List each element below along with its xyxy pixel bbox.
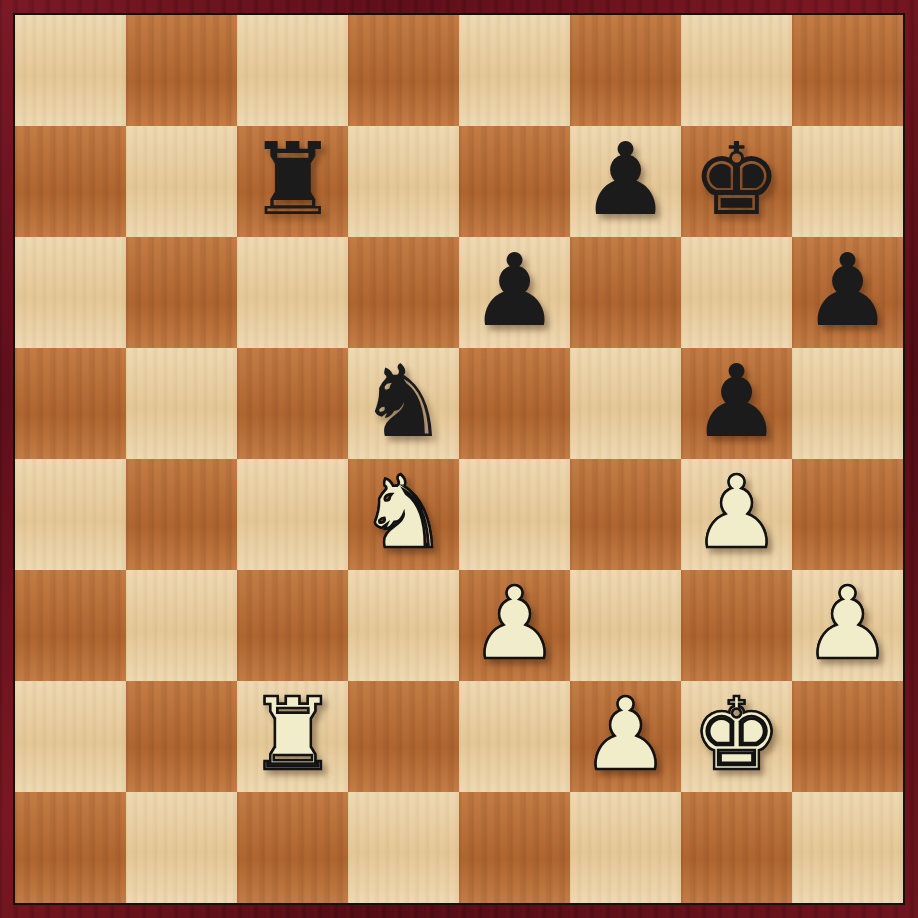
white-pawn-f2[interactable]: ♟	[581, 685, 671, 785]
black-pawn-f7[interactable]: ♟	[581, 130, 671, 230]
square-a6[interactable]	[15, 237, 126, 348]
square-f8[interactable]	[570, 15, 681, 126]
square-d1[interactable]	[348, 792, 459, 903]
square-c4[interactable]	[237, 459, 348, 570]
square-d5[interactable]: ♞	[348, 348, 459, 459]
square-d4[interactable]: ♞	[348, 459, 459, 570]
black-king-g7[interactable]: ♚	[692, 130, 782, 230]
square-f4[interactable]	[570, 459, 681, 570]
square-c8[interactable]	[237, 15, 348, 126]
square-a5[interactable]	[15, 348, 126, 459]
square-g5[interactable]: ♟	[681, 348, 792, 459]
square-h5[interactable]	[792, 348, 903, 459]
black-pawn-e6[interactable]: ♟	[470, 241, 560, 341]
square-b3[interactable]	[126, 570, 237, 681]
square-h8[interactable]	[792, 15, 903, 126]
square-a3[interactable]	[15, 570, 126, 681]
chess-board: ♜♟♚♟♟♞♟♞♟♟♟♜♟♚	[13, 13, 905, 905]
square-b6[interactable]	[126, 237, 237, 348]
square-d3[interactable]	[348, 570, 459, 681]
square-e6[interactable]: ♟	[459, 237, 570, 348]
black-pawn-h6[interactable]: ♟	[803, 241, 893, 341]
square-a8[interactable]	[15, 15, 126, 126]
square-f7[interactable]: ♟	[570, 126, 681, 237]
square-c1[interactable]	[237, 792, 348, 903]
square-g1[interactable]	[681, 792, 792, 903]
square-f3[interactable]	[570, 570, 681, 681]
square-g6[interactable]	[681, 237, 792, 348]
square-d7[interactable]	[348, 126, 459, 237]
square-b5[interactable]	[126, 348, 237, 459]
square-c2[interactable]: ♜	[237, 681, 348, 792]
black-pawn-g5[interactable]: ♟	[692, 352, 782, 452]
square-c5[interactable]	[237, 348, 348, 459]
white-rook-c2[interactable]: ♜	[248, 685, 338, 785]
square-g4[interactable]: ♟	[681, 459, 792, 570]
square-b2[interactable]	[126, 681, 237, 792]
square-b4[interactable]	[126, 459, 237, 570]
board-frame: ♜♟♚♟♟♞♟♞♟♟♟♜♟♚	[0, 0, 918, 918]
square-c7[interactable]: ♜	[237, 126, 348, 237]
square-h4[interactable]	[792, 459, 903, 570]
square-f1[interactable]	[570, 792, 681, 903]
square-e7[interactable]	[459, 126, 570, 237]
square-c6[interactable]	[237, 237, 348, 348]
square-e3[interactable]: ♟	[459, 570, 570, 681]
square-d8[interactable]	[348, 15, 459, 126]
square-a2[interactable]	[15, 681, 126, 792]
square-h6[interactable]: ♟	[792, 237, 903, 348]
square-e4[interactable]	[459, 459, 570, 570]
square-g3[interactable]	[681, 570, 792, 681]
square-a1[interactable]	[15, 792, 126, 903]
square-f2[interactable]: ♟	[570, 681, 681, 792]
square-c3[interactable]	[237, 570, 348, 681]
square-g7[interactable]: ♚	[681, 126, 792, 237]
square-h3[interactable]: ♟	[792, 570, 903, 681]
square-h2[interactable]	[792, 681, 903, 792]
white-knight-d4[interactable]: ♞	[359, 463, 449, 563]
white-king-g2[interactable]: ♚	[692, 685, 782, 785]
white-pawn-g4[interactable]: ♟	[692, 463, 782, 563]
square-d6[interactable]	[348, 237, 459, 348]
square-e2[interactable]	[459, 681, 570, 792]
square-b1[interactable]	[126, 792, 237, 903]
black-rook-c7[interactable]: ♜	[248, 130, 338, 230]
square-e1[interactable]	[459, 792, 570, 903]
square-b7[interactable]	[126, 126, 237, 237]
white-pawn-h3[interactable]: ♟	[803, 574, 893, 674]
square-a4[interactable]	[15, 459, 126, 570]
square-f5[interactable]	[570, 348, 681, 459]
square-b8[interactable]	[126, 15, 237, 126]
square-h1[interactable]	[792, 792, 903, 903]
square-h7[interactable]	[792, 126, 903, 237]
white-pawn-e3[interactable]: ♟	[470, 574, 560, 674]
square-e8[interactable]	[459, 15, 570, 126]
black-knight-d5[interactable]: ♞	[359, 352, 449, 452]
square-d2[interactable]	[348, 681, 459, 792]
square-a7[interactable]	[15, 126, 126, 237]
square-f6[interactable]	[570, 237, 681, 348]
square-g2[interactable]: ♚	[681, 681, 792, 792]
square-e5[interactable]	[459, 348, 570, 459]
square-g8[interactable]	[681, 15, 792, 126]
